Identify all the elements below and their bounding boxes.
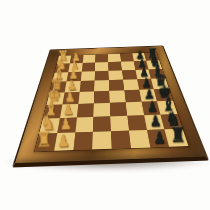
square-d4 [94, 80, 109, 91]
white-pawn: ♟ [54, 133, 74, 150]
square-e5 [109, 90, 125, 102]
square-g5 [110, 116, 129, 132]
square-d5 [109, 80, 124, 91]
square-b3 [82, 62, 96, 71]
square-h3 [73, 132, 93, 150]
square-c8: ♝ [149, 69, 166, 79]
square-f5 [110, 102, 127, 116]
square-h5 [111, 131, 131, 149]
square-f2: ♟ [60, 104, 78, 118]
square-e1: ♚ [47, 92, 65, 105]
square-h8: ♜ [165, 129, 189, 147]
white-pawn: ♟ [66, 69, 81, 81]
square-g7: ♟ [144, 114, 165, 130]
white-pawn: ♟ [64, 79, 79, 92]
black-rook: ♜ [168, 125, 188, 146]
square-c4 [95, 71, 109, 81]
square-d2: ♟ [65, 81, 81, 92]
black-queen: ♛ [153, 72, 168, 89]
white-pawn: ♟ [57, 117, 75, 133]
square-e2: ♟ [62, 92, 79, 105]
square-c7: ♟ [135, 69, 151, 79]
square-g8: ♞ [161, 114, 183, 130]
square-c2: ♟ [66, 72, 81, 82]
square-f4 [93, 103, 110, 117]
black-rook: ♜ [146, 46, 159, 60]
white-pawn: ♟ [60, 103, 77, 118]
square-b2: ♟ [68, 63, 82, 72]
square-e7: ♟ [139, 89, 157, 101]
square-e8: ♚ [154, 89, 173, 101]
square-e4 [94, 91, 110, 103]
square-g2: ♟ [57, 117, 77, 133]
square-h4 [92, 131, 111, 149]
square-c3 [81, 71, 95, 81]
square-d8: ♛ [151, 78, 169, 89]
square-g4 [93, 116, 111, 132]
square-d3 [79, 81, 94, 92]
square-c5 [108, 70, 123, 80]
square-d6 [123, 79, 139, 90]
photo-background: ♜♟♟♜♞♟♟♞♝♟♟♝♛♟♟♛♚♟♟♚♝♟♟♝♞♟♟♞♜♟♟♜ [0, 0, 210, 210]
black-king: ♚ [156, 83, 172, 101]
square-f8: ♝ [157, 101, 177, 115]
square-f3 [77, 103, 94, 117]
white-rook: ♜ [57, 49, 70, 63]
square-g3 [75, 117, 93, 133]
white-pawn: ♟ [69, 52, 82, 63]
chess-board-frame: ♜♟♟♜♞♟♟♞♝♟♟♝♛♟♟♛♚♟♟♚♝♟♟♝♞♟♟♞♜♟♟♜ [12, 46, 209, 168]
square-e3 [78, 91, 94, 103]
square-h2: ♟ [54, 133, 75, 151]
chess-board: ♜♟♟♜♞♟♟♞♝♟♟♝♛♟♟♛♚♟♟♚♝♟♟♝♞♟♟♞♜♟♟♜ [34, 52, 190, 152]
